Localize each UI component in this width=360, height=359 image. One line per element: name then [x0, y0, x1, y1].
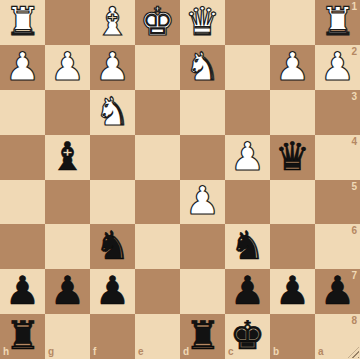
piece-white-pawn-g2[interactable]: ♟ [50, 45, 85, 89]
rank-label-4: 4 [351, 137, 357, 147]
file-label-f: f [93, 347, 96, 357]
square-h6[interactable] [0, 224, 45, 269]
piece-black-pawn-h7[interactable]: ♟ [5, 269, 40, 313]
square-f1[interactable]: ♝ [90, 0, 135, 45]
square-a6[interactable]: 6 [315, 224, 360, 269]
piece-black-knight-c6[interactable]: ♞ [230, 224, 265, 268]
piece-black-king-c8[interactable]: ♚ [230, 314, 265, 358]
chess-board: ♜♝♚♛♜1♟♟♟♞♟♟2♞3♝♟♛4♟5♞♞6♟♟♟♟♟♟7♜hgfe♜d♚c… [0, 0, 360, 359]
piece-black-pawn-f7[interactable]: ♟ [95, 269, 130, 313]
square-d8[interactable]: ♜d [180, 314, 225, 359]
square-d3[interactable] [180, 90, 225, 135]
piece-black-pawn-a7[interactable]: ♟ [320, 269, 355, 313]
square-d2[interactable]: ♞ [180, 45, 225, 90]
piece-black-rook-d8[interactable]: ♜ [185, 314, 220, 358]
square-e1[interactable]: ♚ [135, 0, 180, 45]
square-b3[interactable] [270, 90, 315, 135]
square-h3[interactable] [0, 90, 45, 135]
square-d7[interactable] [180, 269, 225, 314]
square-g3[interactable] [45, 90, 90, 135]
square-g6[interactable] [45, 224, 90, 269]
square-c4[interactable]: ♟ [225, 135, 270, 180]
square-c5[interactable] [225, 180, 270, 225]
piece-white-knight-d2[interactable]: ♞ [185, 45, 220, 89]
piece-white-pawn-b2[interactable]: ♟ [275, 45, 310, 89]
square-c2[interactable] [225, 45, 270, 90]
square-c3[interactable] [225, 90, 270, 135]
square-d5[interactable]: ♟ [180, 180, 225, 225]
square-c1[interactable] [225, 0, 270, 45]
piece-white-pawn-d5[interactable]: ♟ [185, 180, 220, 224]
square-f8[interactable]: f [90, 314, 135, 359]
piece-black-queen-b4[interactable]: ♛ [275, 135, 310, 179]
square-c8[interactable]: ♚c [225, 314, 270, 359]
square-d1[interactable]: ♛ [180, 0, 225, 45]
piece-black-bishop-g4[interactable]: ♝ [50, 135, 85, 179]
square-h7[interactable]: ♟ [0, 269, 45, 314]
rank-label-3: 3 [351, 92, 357, 102]
piece-black-pawn-b7[interactable]: ♟ [275, 269, 310, 313]
file-label-g: g [48, 347, 54, 357]
square-g1[interactable] [45, 0, 90, 45]
square-b5[interactable] [270, 180, 315, 225]
square-d6[interactable] [180, 224, 225, 269]
chess-board-wrapper: ♜♝♚♛♜1♟♟♟♞♟♟2♞3♝♟♛4♟5♞♞6♟♟♟♟♟♟7♜hgfe♜d♚c… [0, 0, 360, 359]
square-b6[interactable] [270, 224, 315, 269]
square-c6[interactable]: ♞ [225, 224, 270, 269]
square-a7[interactable]: ♟7 [315, 269, 360, 314]
file-label-e: e [138, 347, 144, 357]
square-h8[interactable]: ♜h [0, 314, 45, 359]
piece-black-knight-f6[interactable]: ♞ [95, 224, 130, 268]
square-b2[interactable]: ♟ [270, 45, 315, 90]
piece-white-rook-h1[interactable]: ♜ [5, 0, 40, 44]
square-b7[interactable]: ♟ [270, 269, 315, 314]
square-f6[interactable]: ♞ [90, 224, 135, 269]
square-e6[interactable] [135, 224, 180, 269]
square-h4[interactable] [0, 135, 45, 180]
square-b8[interactable]: b [270, 314, 315, 359]
square-a5[interactable]: 5 [315, 180, 360, 225]
square-a4[interactable]: 4 [315, 135, 360, 180]
piece-white-bishop-f1[interactable]: ♝ [95, 0, 130, 44]
square-e5[interactable] [135, 180, 180, 225]
file-label-a: a [318, 347, 324, 357]
square-f7[interactable]: ♟ [90, 269, 135, 314]
piece-white-pawn-c4[interactable]: ♟ [230, 135, 265, 179]
square-a8[interactable]: 8a [315, 314, 360, 359]
square-c7[interactable]: ♟ [225, 269, 270, 314]
piece-black-pawn-c7[interactable]: ♟ [230, 269, 265, 313]
square-a2[interactable]: ♟2 [315, 45, 360, 90]
rank-label-8: 8 [351, 316, 357, 326]
rank-label-5: 5 [351, 182, 357, 192]
square-g5[interactable] [45, 180, 90, 225]
piece-white-rook-a1[interactable]: ♜ [320, 0, 355, 44]
square-e7[interactable] [135, 269, 180, 314]
piece-white-pawn-a2[interactable]: ♟ [320, 45, 355, 89]
square-b4[interactable]: ♛ [270, 135, 315, 180]
square-e2[interactable] [135, 45, 180, 90]
square-f5[interactable] [90, 180, 135, 225]
piece-white-pawn-f2[interactable]: ♟ [95, 45, 130, 89]
square-a1[interactable]: ♜1 [315, 0, 360, 45]
piece-black-rook-h8[interactable]: ♜ [5, 314, 40, 358]
piece-white-knight-f3[interactable]: ♞ [95, 90, 130, 134]
square-g4[interactable]: ♝ [45, 135, 90, 180]
square-g8[interactable]: g [45, 314, 90, 359]
piece-black-pawn-g7[interactable]: ♟ [50, 269, 85, 313]
square-h1[interactable]: ♜ [0, 0, 45, 45]
square-f4[interactable] [90, 135, 135, 180]
square-e8[interactable]: e [135, 314, 180, 359]
square-e4[interactable] [135, 135, 180, 180]
piece-white-pawn-h2[interactable]: ♟ [5, 45, 40, 89]
square-g2[interactable]: ♟ [45, 45, 90, 90]
square-e3[interactable] [135, 90, 180, 135]
file-label-b: b [273, 347, 279, 357]
rank-label-6: 6 [351, 226, 357, 236]
square-b1[interactable] [270, 0, 315, 45]
square-h5[interactable] [0, 180, 45, 225]
piece-white-king-e1[interactable]: ♚ [140, 0, 175, 44]
square-a3[interactable]: 3 [315, 90, 360, 135]
square-f3[interactable]: ♞ [90, 90, 135, 135]
piece-white-queen-d1[interactable]: ♛ [185, 0, 220, 44]
square-d4[interactable] [180, 135, 225, 180]
square-g7[interactable]: ♟ [45, 269, 90, 314]
square-h2[interactable]: ♟ [0, 45, 45, 90]
square-f2[interactable]: ♟ [90, 45, 135, 90]
